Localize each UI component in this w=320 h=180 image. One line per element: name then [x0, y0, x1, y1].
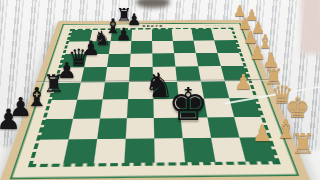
border-microtext-right: ··· ······ ·· — [205, 24, 231, 27]
photo-scene: ·· ······· ··· 08278 ··· ······ ·· ♜ ♟ ♝… — [0, 0, 320, 180]
square — [73, 99, 103, 118]
white-pawn-offboard: ♟ — [251, 20, 265, 36]
white-pawn-offboard: ♟ — [233, 4, 246, 19]
square — [126, 118, 155, 139]
square — [100, 99, 128, 118]
square — [183, 138, 216, 162]
border-microtext-left: ·· ······· ··· — [72, 25, 100, 28]
square — [111, 30, 132, 42]
square — [234, 116, 268, 137]
square — [107, 53, 131, 67]
square — [61, 54, 87, 68]
square — [131, 41, 153, 54]
square — [69, 118, 101, 139]
border-stamp: 08278 — [142, 24, 163, 27]
square — [214, 40, 239, 53]
square — [69, 30, 92, 42]
white-king-offboard: ♚ — [285, 94, 310, 122]
square — [103, 82, 129, 99]
square — [211, 29, 235, 40]
square — [94, 139, 126, 163]
square — [84, 54, 109, 68]
white-bishop-offboard: ♝ — [257, 32, 274, 51]
square — [172, 29, 194, 40]
square — [97, 118, 127, 139]
square — [225, 81, 255, 98]
square — [90, 30, 112, 42]
square — [87, 41, 110, 54]
white-pawn-offboard: ♟ — [262, 50, 280, 70]
square — [63, 139, 97, 163]
square — [131, 29, 152, 41]
square — [217, 53, 243, 67]
square — [154, 138, 185, 162]
square — [173, 40, 196, 53]
square — [152, 29, 173, 40]
square — [77, 82, 105, 99]
square — [124, 139, 154, 163]
square — [52, 83, 81, 100]
square — [109, 41, 131, 54]
square — [152, 41, 174, 54]
square — [240, 137, 276, 161]
background-object — [301, 0, 320, 54]
white-pawn-offboard: ♟ — [245, 8, 258, 23]
square — [174, 53, 198, 67]
black-king-on-f3: ♚ — [168, 82, 208, 127]
background-object — [136, 0, 170, 8]
square — [65, 41, 90, 54]
